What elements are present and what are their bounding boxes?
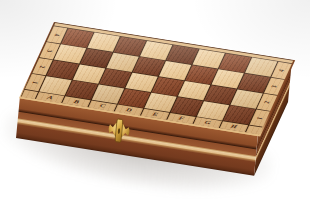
brass-latch-icon: [107, 117, 131, 144]
rail-corner-right: [246, 125, 263, 134]
